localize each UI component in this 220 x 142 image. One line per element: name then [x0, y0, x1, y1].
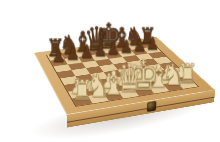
folding-chess-box: ♜♞♝♛♚♝♞♜♟♟♟♟♟♟♟♟♟♟♟♟♟♟♟♟♜♞♝♛♚♝♞♜: [34, 37, 215, 115]
piece-black-pawn: ♟: [66, 44, 80, 62]
piece-black-pawn: ♟: [107, 39, 121, 57]
square-b7: ♟: [64, 57, 81, 64]
piece-black-pawn: ♟: [146, 34, 159, 52]
piece-black-pawn: ♟: [93, 41, 107, 59]
latch-clasp-icon: [147, 101, 157, 112]
piece-white-rook: ♜: [72, 76, 93, 104]
square-a1: ♜: [72, 96, 92, 106]
piece-black-pawn: ♟: [52, 46, 66, 64]
piece-black-pawn: ♟: [80, 43, 94, 61]
chess-set-photo: ♜♞♝♛♚♝♞♜♟♟♟♟♟♟♟♟♟♟♟♟♟♟♟♟♜♞♝♛♚♝♞♜: [0, 0, 220, 142]
